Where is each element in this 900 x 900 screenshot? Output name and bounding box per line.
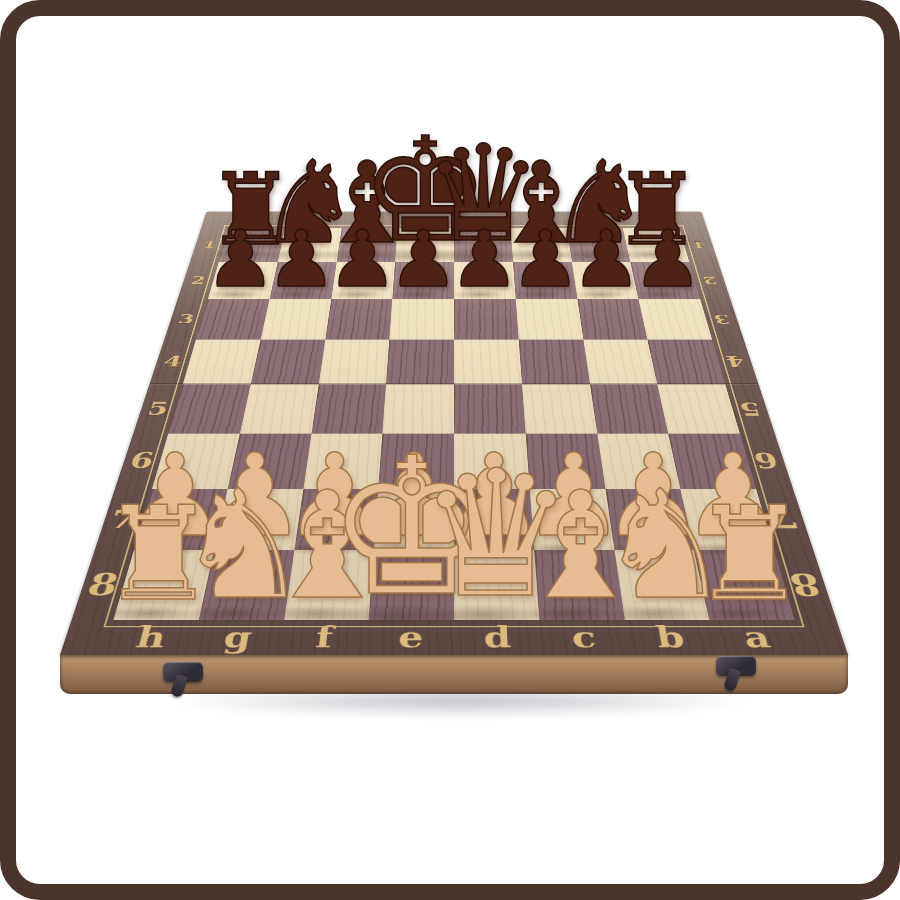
square-e4 xyxy=(386,340,454,385)
dark-pawn-c2: ♟ xyxy=(511,220,581,298)
dark-pawn-f2: ♟ xyxy=(327,220,397,298)
square-c5 xyxy=(522,384,597,433)
rank-label-right-5: 5 xyxy=(737,398,764,419)
dark-pawn-d2: ♟ xyxy=(450,220,520,298)
rank-label-left-4: 4 xyxy=(161,353,184,370)
rank-label-left-3: 3 xyxy=(176,312,196,326)
square-c3 xyxy=(516,299,584,340)
chess-set-photo: hgfedcba 1122334455667788 ♜♞♝♚♛♝♞♜♟♟♟♟♟♟… xyxy=(0,0,900,900)
rank-label-right-3: 3 xyxy=(712,312,732,326)
square-h5 xyxy=(168,384,250,433)
dark-pawn-e2: ♟ xyxy=(389,220,459,298)
square-g4 xyxy=(251,340,325,385)
rank-label-left-2: 2 xyxy=(190,274,207,286)
square-g3 xyxy=(260,299,330,340)
square-g5 xyxy=(240,384,319,433)
square-c4 xyxy=(519,340,590,385)
square-b3 xyxy=(577,299,647,340)
square-h4 xyxy=(183,340,261,385)
dark-pawn-b2: ♟ xyxy=(572,220,642,298)
rank-label-left-5: 5 xyxy=(145,398,172,419)
rank-label-right-4: 4 xyxy=(724,353,747,370)
clasp-right xyxy=(716,656,756,676)
clasp-left xyxy=(163,662,203,682)
square-d4 xyxy=(454,340,522,385)
dark-pawn-a2: ♟ xyxy=(633,220,703,298)
square-e3 xyxy=(389,299,454,340)
square-d3 xyxy=(454,299,519,340)
square-f4 xyxy=(318,340,389,385)
light-rook-a8: ♜ xyxy=(691,489,808,619)
rank-label-right-2: 2 xyxy=(701,274,718,286)
square-a4 xyxy=(648,340,726,385)
square-a5 xyxy=(657,384,739,433)
dark-pawn-h2: ♟ xyxy=(205,220,275,298)
square-h3 xyxy=(196,299,269,340)
square-f3 xyxy=(325,299,393,340)
square-a3 xyxy=(639,299,712,340)
square-b5 xyxy=(590,384,669,433)
dark-pawn-g2: ♟ xyxy=(266,220,336,298)
square-b4 xyxy=(583,340,657,385)
